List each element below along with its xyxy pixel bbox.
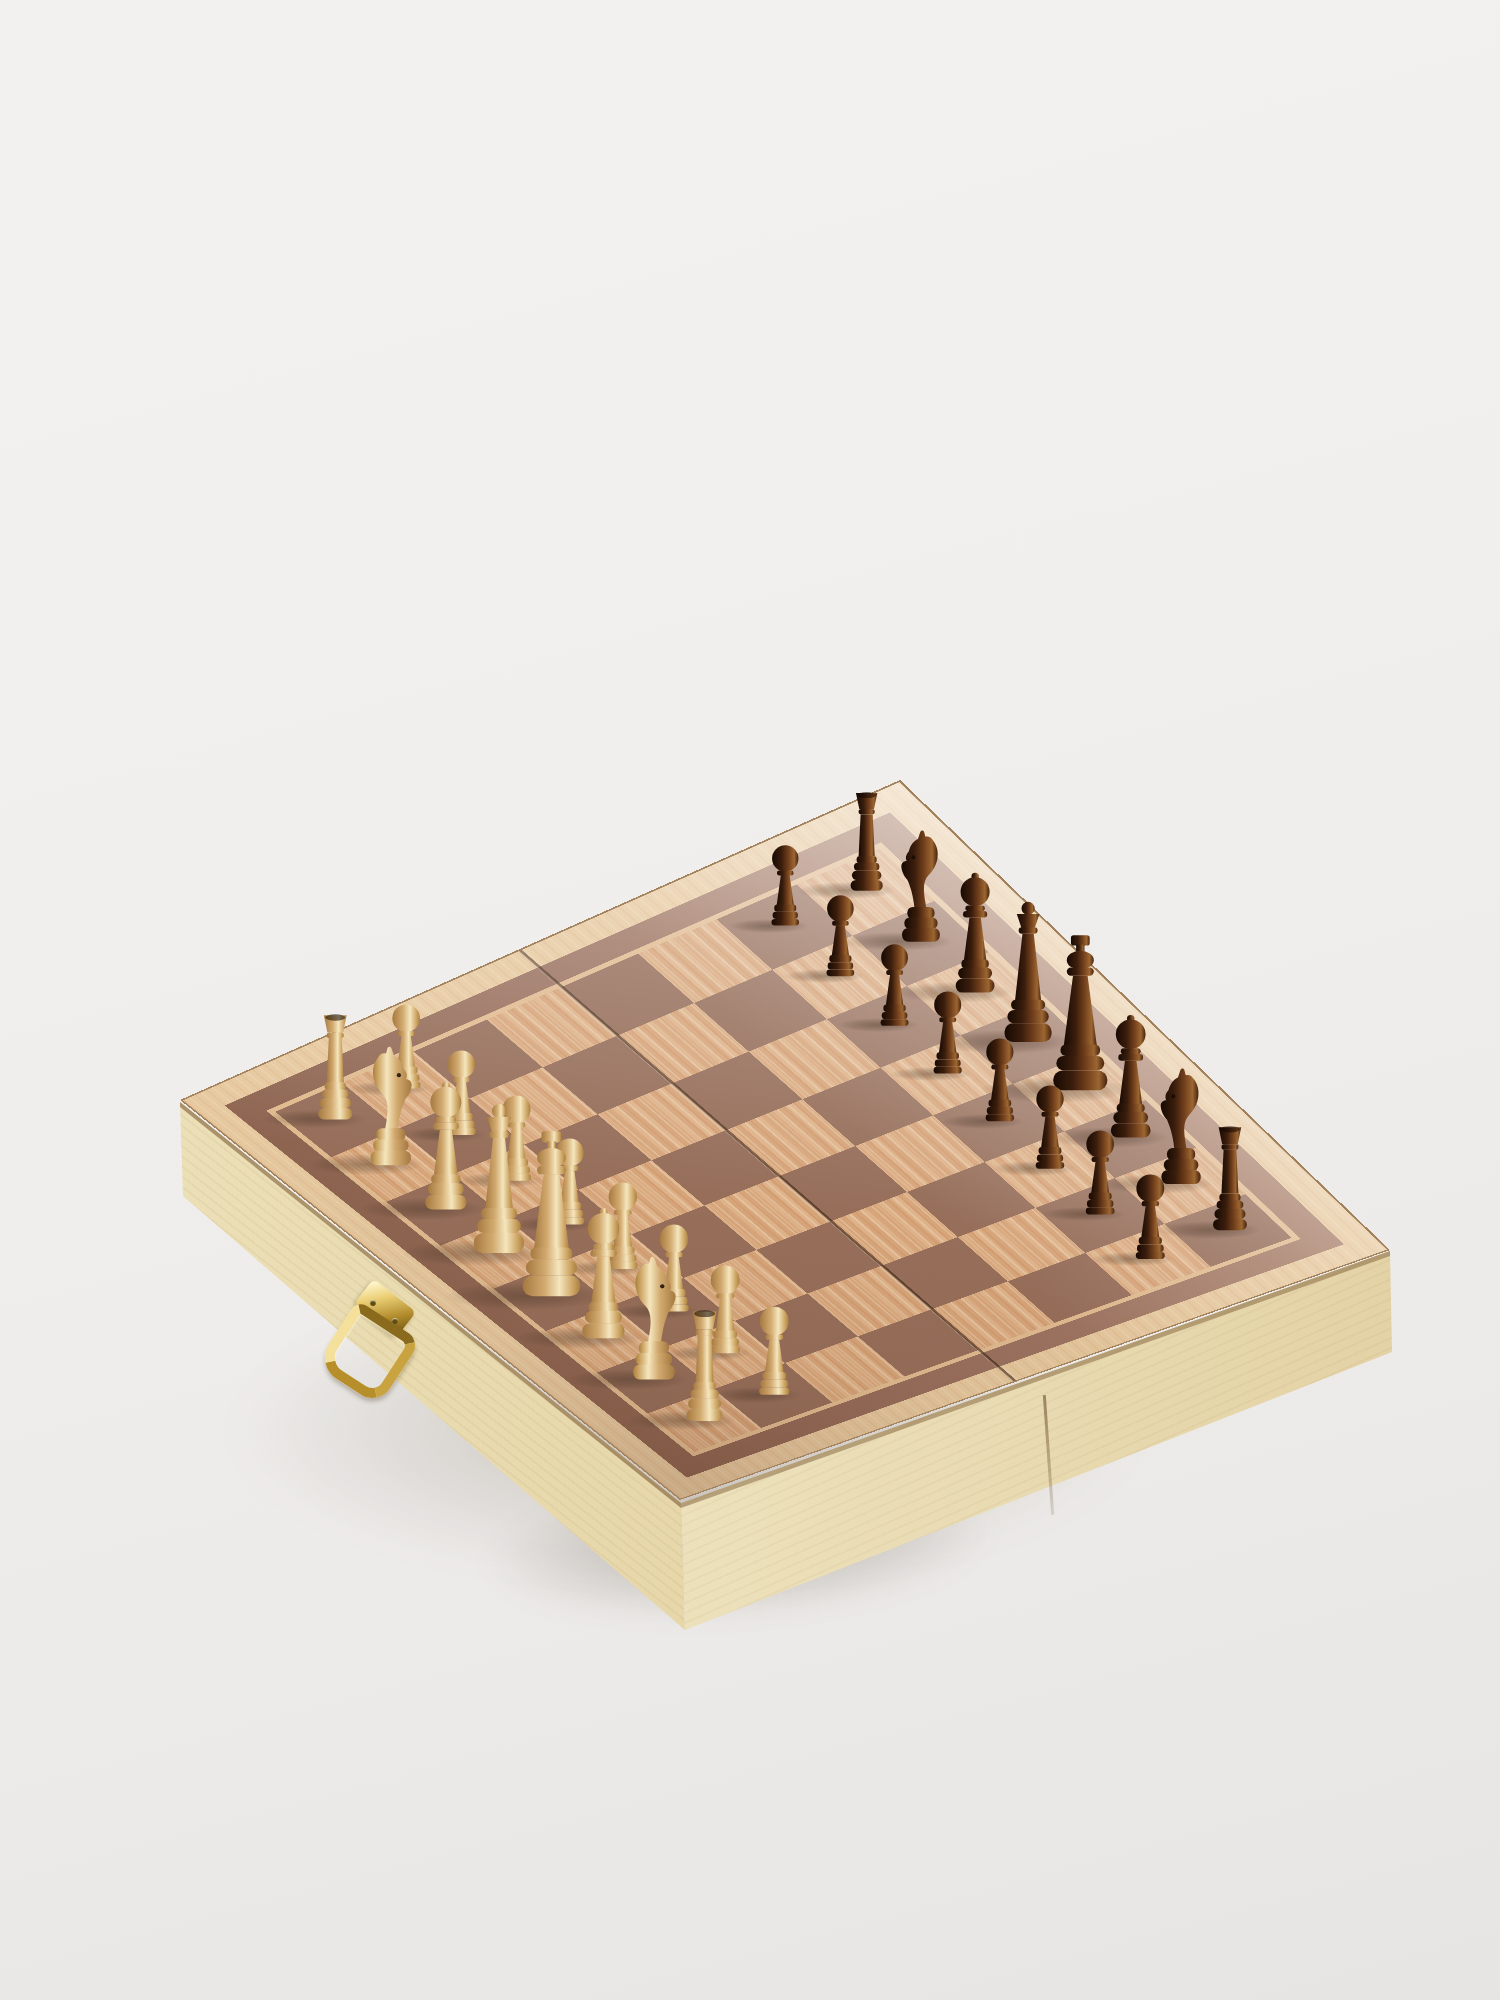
chess-set-photo (0, 0, 1500, 2000)
brass-clasp (318, 1278, 438, 1398)
clasp-screw (370, 1300, 376, 1306)
